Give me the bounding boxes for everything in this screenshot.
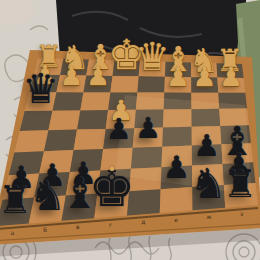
black-king-light-finial	[110, 166, 114, 171]
frame-letter-з: з	[240, 210, 243, 217]
piece-black-queen-h3[interactable]: ♛	[20, 69, 61, 110]
square-g5	[44, 130, 77, 152]
frame-letter-б: б	[43, 226, 47, 233]
piece-white-pawn-a2[interactable]: ♟	[218, 64, 244, 90]
frame-letter-е: е	[174, 216, 178, 223]
frame-letter-ж: ж	[206, 213, 212, 220]
piece-white-pawn-f2[interactable]: ♟	[85, 63, 111, 89]
frame-letter-в: в	[76, 223, 80, 230]
piece-black-pawn-d5[interactable]: ♟	[134, 114, 163, 143]
frame-letter-г: г	[109, 221, 112, 228]
piece-white-pawn-g2[interactable]: ♟	[58, 63, 84, 89]
piece-black-knight-b8[interactable]: ♞	[188, 164, 229, 205]
square-h4	[20, 111, 53, 131]
piece-black-pawn-b6[interactable]: ♟	[192, 131, 222, 161]
piece-white-pawn-c2[interactable]: ♟	[165, 64, 191, 90]
frame-letter-а: а	[11, 229, 15, 236]
piece-black-rook-h8[interactable]: ♜	[0, 181, 34, 219]
square-h5	[14, 130, 48, 152]
chess-photo-scene: абвгдежз ♜♞♝♚♛♝♞♜♟♟♟♟♟♟♟♛♟♟♟♝♟♟♟♟♟♜♞♝♚♞♜	[0, 0, 260, 260]
square-g4	[48, 110, 80, 130]
frame-letter-д: д	[141, 218, 145, 225]
square-f3	[80, 92, 110, 110]
square-f4	[77, 110, 108, 130]
square-f5	[74, 129, 106, 150]
piece-black-pawn-e5[interactable]: ♟	[105, 115, 134, 144]
piece-white-pawn-b2[interactable]: ♟	[191, 64, 217, 90]
